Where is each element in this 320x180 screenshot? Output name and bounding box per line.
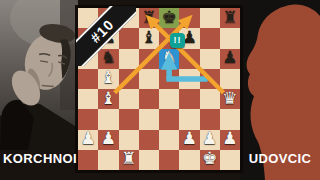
white-r-c1: ♜ (121, 150, 136, 167)
white-p-h2: ♟ (222, 130, 237, 147)
episode-number: #10 (87, 16, 117, 46)
episode-ribbon: #10 (76, 6, 136, 66)
square-g3 (200, 109, 220, 129)
video-thumbnail[interactable]: { "game": "chess", "video": { "episode_b… (0, 0, 320, 180)
white-p-g2: ♟ (202, 130, 217, 147)
square-f6 (179, 49, 199, 69)
square-c1: ♜ (119, 150, 139, 170)
square-c2 (119, 130, 139, 150)
black-b-d7: ♝ (141, 29, 156, 46)
brilliant-move-badge: !! (170, 33, 185, 48)
square-h5 (220, 69, 240, 89)
black-k-e8: ♚ (162, 9, 177, 26)
square-d6 (139, 49, 159, 69)
square-a1 (78, 150, 98, 170)
square-c5 (119, 69, 139, 89)
square-e6: ♞ (159, 49, 179, 69)
white-n-e6: ♞ (162, 49, 177, 66)
white-b-b5: ♝ (101, 69, 116, 86)
square-a4 (78, 89, 98, 109)
korchnoi-photo (0, 0, 78, 150)
square-d5 (139, 69, 159, 89)
square-g5 (200, 69, 220, 89)
square-e1 (159, 150, 179, 170)
square-f4 (179, 89, 199, 109)
square-e5 (159, 69, 179, 89)
annotation-symbol: !! (174, 36, 182, 45)
square-f3 (179, 109, 199, 129)
square-e8: ♚ (159, 8, 179, 28)
white-b-b4: ♝ (101, 90, 116, 107)
square-b3 (98, 109, 118, 129)
square-h6: ♟ (220, 49, 240, 69)
white-p-a2: ♟ (81, 130, 96, 147)
square-d1 (139, 150, 159, 170)
square-e4 (159, 89, 179, 109)
square-d7: ♝ (139, 28, 159, 48)
square-a3 (78, 109, 98, 129)
chess-board: ♜♚♜♟♝♟♞♞♟♝♝♛♟♟♟♟♟♜♚ !! #10 (78, 8, 240, 170)
white-q-h4: ♛ (222, 90, 237, 107)
white-p-b2: ♟ (101, 130, 116, 147)
episode-ribbon-corner: #10 (76, 6, 136, 66)
square-b2: ♟ (98, 130, 118, 150)
square-d4 (139, 89, 159, 109)
square-g1: ♚ (200, 150, 220, 170)
square-d3 (139, 109, 159, 129)
black-r-h8: ♜ (222, 9, 237, 26)
square-f8 (179, 8, 199, 28)
square-e3 (159, 109, 179, 129)
square-f5 (179, 69, 199, 89)
square-b4: ♝ (98, 89, 118, 109)
square-f2: ♟ (179, 130, 199, 150)
square-g4 (200, 89, 220, 109)
square-h3 (220, 109, 240, 129)
square-f1 (179, 150, 199, 170)
square-g7 (200, 28, 220, 48)
square-h1 (220, 150, 240, 170)
square-b5: ♝ (98, 69, 118, 89)
white-p-f2: ♟ (182, 130, 197, 147)
square-h7 (220, 28, 240, 48)
square-g6 (200, 49, 220, 69)
white-k-g1: ♚ (202, 150, 217, 167)
square-g2: ♟ (200, 130, 220, 150)
black-r-d8: ♜ (141, 9, 156, 26)
square-h2: ♟ (220, 130, 240, 150)
square-d2 (139, 130, 159, 150)
square-a2: ♟ (78, 130, 98, 150)
square-g8 (200, 8, 220, 28)
white-player-name: KORCHNOI (2, 151, 78, 166)
square-b1 (98, 150, 118, 170)
square-h4: ♛ (220, 89, 240, 109)
black-p-h6: ♟ (222, 49, 237, 66)
square-h8: ♜ (220, 8, 240, 28)
black-player-name: UDOVCIC (242, 151, 318, 166)
square-a5 (78, 69, 98, 89)
square-e2 (159, 130, 179, 150)
square-c4 (119, 89, 139, 109)
square-c3 (119, 109, 139, 129)
square-d8: ♜ (139, 8, 159, 28)
